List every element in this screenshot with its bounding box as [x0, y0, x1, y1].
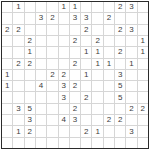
cell-r5c13[interactable]: 1 — [138, 47, 148, 57]
cell-r9c6[interactable]: 3 — [59, 92, 69, 102]
cell-r10c1[interactable] — [2, 104, 12, 114]
cell-r9c10[interactable] — [104, 92, 114, 102]
cell-r10c5[interactable] — [47, 104, 57, 114]
cell-r2c11[interactable] — [115, 13, 125, 23]
cell-r1c13[interactable] — [138, 2, 148, 12]
cell-r5c5[interactable] — [47, 47, 57, 57]
cell-r5c7[interactable] — [70, 47, 80, 57]
cell-r6c8[interactable] — [81, 59, 91, 69]
cell-r11c5[interactable] — [47, 115, 57, 125]
cell-r3c5[interactable] — [47, 25, 57, 35]
cell-r11c3[interactable]: 3 — [25, 115, 35, 125]
cell-r8c2[interactable] — [13, 81, 23, 91]
cell-r11c13[interactable] — [138, 115, 148, 125]
cell-r13c5[interactable] — [47, 138, 57, 148]
cell-r2c10[interactable]: 2 — [104, 13, 114, 23]
cell-r11c4[interactable] — [36, 115, 46, 125]
cell-r3c1[interactable]: 2 — [2, 25, 12, 35]
cell-r10c2[interactable]: 3 — [13, 104, 23, 114]
cell-r4c9[interactable]: 2 — [92, 36, 102, 46]
cell-r3c12[interactable]: 3 — [126, 25, 136, 35]
cell-r11c10[interactable]: 2 — [104, 115, 114, 125]
cell-r3c11[interactable]: 2 — [115, 25, 125, 35]
cell-r4c10[interactable] — [104, 36, 114, 46]
cell-r2c13[interactable] — [138, 13, 148, 23]
cell-r7c3[interactable] — [25, 70, 35, 80]
cell-r1c12[interactable]: 3 — [126, 2, 136, 12]
cell-r6c6[interactable] — [59, 59, 69, 69]
cell-r2c4[interactable]: 3 — [36, 13, 46, 23]
cell-r12c10[interactable] — [104, 126, 114, 136]
cell-r5c2[interactable] — [13, 47, 23, 57]
cell-r13c2[interactable] — [13, 138, 23, 148]
cell-r7c13[interactable] — [138, 70, 148, 80]
cell-r10c12[interactable]: 2 — [126, 104, 136, 114]
cell-r7c7[interactable] — [70, 70, 80, 80]
cell-r13c3[interactable] — [25, 138, 35, 148]
cell-r1c10[interactable] — [104, 2, 114, 12]
cell-r1c6[interactable]: 1 — [59, 2, 69, 12]
cell-r12c4[interactable] — [36, 126, 46, 136]
cell-r10c6[interactable] — [59, 104, 69, 114]
cell-r3c10[interactable] — [104, 25, 114, 35]
cell-r12c12[interactable]: 3 — [126, 126, 136, 136]
cell-r2c7[interactable]: 3 — [70, 13, 80, 23]
cell-r5c12[interactable] — [126, 47, 136, 57]
cell-r9c7[interactable] — [70, 92, 80, 102]
cell-r6c1[interactable] — [2, 59, 12, 69]
cell-r8c8[interactable] — [81, 81, 91, 91]
cell-r6c3[interactable]: 2 — [25, 59, 35, 69]
cell-r9c3[interactable] — [25, 92, 35, 102]
cell-r1c9[interactable] — [92, 2, 102, 12]
cell-r8c6[interactable]: 3 — [59, 81, 69, 91]
cell-r9c1[interactable] — [2, 92, 12, 102]
cell-r12c1[interactable] — [2, 126, 12, 136]
cell-r9c8[interactable]: 2 — [81, 92, 91, 102]
cell-r6c12[interactable]: 1 — [126, 59, 136, 69]
cell-r4c12[interactable] — [126, 36, 136, 46]
cell-r4c3[interactable]: 2 — [25, 36, 35, 46]
cell-r4c8[interactable] — [81, 36, 91, 46]
cell-r12c8[interactable]: 2 — [81, 126, 91, 136]
puzzle-board: 1112332332222232221111212221111221314325… — [1, 1, 149, 149]
cell-r6c5[interactable] — [47, 59, 57, 69]
cell-r4c11[interactable] — [115, 36, 125, 46]
cell-r7c8[interactable]: 1 — [81, 70, 91, 80]
cell-r3c13[interactable] — [138, 25, 148, 35]
cell-r8c5[interactable] — [47, 81, 57, 91]
cell-r12c7[interactable] — [70, 126, 80, 136]
cell-r5c4[interactable] — [36, 47, 46, 57]
cell-r4c7[interactable]: 2 — [70, 36, 80, 46]
cell-r9c4[interactable] — [36, 92, 46, 102]
cell-r2c8[interactable]: 3 — [81, 13, 91, 23]
cell-r11c8[interactable] — [81, 115, 91, 125]
cell-r4c2[interactable] — [13, 36, 23, 46]
cell-r12c2[interactable]: 1 — [13, 126, 23, 136]
cell-r9c12[interactable] — [126, 92, 136, 102]
cell-r8c13[interactable] — [138, 81, 148, 91]
cell-r1c3[interactable] — [25, 2, 35, 12]
cell-r1c1[interactable] — [2, 2, 12, 12]
cell-r8c4[interactable]: 4 — [36, 81, 46, 91]
cell-r3c8[interactable]: 2 — [81, 25, 91, 35]
cell-r4c4[interactable] — [36, 36, 46, 46]
cell-r2c3[interactable] — [25, 13, 35, 23]
cell-r6c2[interactable]: 2 — [13, 59, 23, 69]
cell-r11c12[interactable] — [126, 115, 136, 125]
cell-r8c9[interactable] — [92, 81, 102, 91]
cell-r1c11[interactable]: 2 — [115, 2, 125, 12]
cell-r11c1[interactable] — [2, 115, 12, 125]
cell-r10c3[interactable]: 5 — [25, 104, 35, 114]
cell-r8c10[interactable] — [104, 81, 114, 91]
cell-r6c4[interactable] — [36, 59, 46, 69]
cell-r1c2[interactable]: 1 — [13, 2, 23, 12]
cell-r8c12[interactable] — [126, 81, 136, 91]
cell-r12c13[interactable] — [138, 126, 148, 136]
cell-r11c2[interactable] — [13, 115, 23, 125]
cell-r9c13[interactable] — [138, 92, 148, 102]
cell-r13c6[interactable] — [59, 138, 69, 148]
cell-r5c11[interactable]: 2 — [115, 47, 125, 57]
cell-r5c8[interactable]: 1 — [81, 47, 91, 57]
cell-r13c11[interactable] — [115, 138, 125, 148]
cell-r6c11[interactable] — [115, 59, 125, 69]
cell-r4c6[interactable] — [59, 36, 69, 46]
cell-r2c9[interactable] — [92, 13, 102, 23]
cell-r2c5[interactable]: 2 — [47, 13, 57, 23]
cell-r10c8[interactable] — [81, 104, 91, 114]
cell-r1c5[interactable] — [47, 2, 57, 12]
cell-r7c10[interactable] — [104, 70, 114, 80]
cell-r8c3[interactable] — [25, 81, 35, 91]
cell-r2c6[interactable] — [59, 13, 69, 23]
cell-r13c7[interactable] — [70, 138, 80, 148]
cell-r10c13[interactable]: 2 — [138, 104, 148, 114]
cell-r2c12[interactable] — [126, 13, 136, 23]
cell-r3c9[interactable] — [92, 25, 102, 35]
cell-r8c11[interactable]: 5 — [115, 81, 125, 91]
cell-r6c10[interactable]: 1 — [104, 59, 114, 69]
cell-r9c9[interactable] — [92, 92, 102, 102]
cell-r5c6[interactable] — [59, 47, 69, 57]
cell-r1c7[interactable]: 1 — [70, 2, 80, 12]
cell-r11c6[interactable]: 4 — [59, 115, 69, 125]
cell-r11c9[interactable] — [92, 115, 102, 125]
cell-r2c2[interactable] — [13, 13, 23, 23]
cell-r3c6[interactable] — [59, 25, 69, 35]
cell-r3c2[interactable]: 2 — [13, 25, 23, 35]
cell-r4c5[interactable] — [47, 36, 57, 46]
cell-r7c11[interactable]: 3 — [115, 70, 125, 80]
cell-r6c13[interactable] — [138, 59, 148, 69]
cell-r3c4[interactable] — [36, 25, 46, 35]
cell-r12c5[interactable] — [47, 126, 57, 136]
cell-r10c10[interactable] — [104, 104, 114, 114]
cell-r6c7[interactable]: 2 — [70, 59, 80, 69]
cell-r12c11[interactable] — [115, 126, 125, 136]
cell-r9c2[interactable] — [13, 92, 23, 102]
cell-r5c9[interactable]: 1 — [92, 47, 102, 57]
cell-r13c4[interactable] — [36, 138, 46, 148]
cell-r10c11[interactable] — [115, 104, 125, 114]
cell-r5c1[interactable] — [2, 47, 12, 57]
cell-r13c12[interactable] — [126, 138, 136, 148]
cell-r10c7[interactable]: 2 — [70, 104, 80, 114]
cell-r11c7[interactable]: 3 — [70, 115, 80, 125]
cell-r7c12[interactable] — [126, 70, 136, 80]
cell-r5c3[interactable]: 1 — [25, 47, 35, 57]
cell-r8c7[interactable]: 2 — [70, 81, 80, 91]
cell-r13c8[interactable] — [81, 138, 91, 148]
cell-r12c3[interactable]: 2 — [25, 126, 35, 136]
cell-r13c13[interactable] — [138, 138, 148, 148]
cell-r7c9[interactable] — [92, 70, 102, 80]
cell-r9c5[interactable] — [47, 92, 57, 102]
cell-r1c8[interactable] — [81, 2, 91, 12]
cell-r3c3[interactable] — [25, 25, 35, 35]
cell-r8c1[interactable]: 1 — [2, 81, 12, 91]
cell-r7c6[interactable]: 2 — [59, 70, 69, 80]
cell-r12c9[interactable]: 1 — [92, 126, 102, 136]
puzzle-page: 1112332332222232221111212221111221314325… — [0, 0, 150, 150]
cell-r7c5[interactable]: 2 — [47, 70, 57, 80]
cell-r11c11[interactable]: 2 — [115, 115, 125, 125]
cell-r10c4[interactable] — [36, 104, 46, 114]
cell-r2c1[interactable] — [2, 13, 12, 23]
cell-r7c4[interactable] — [36, 70, 46, 80]
cell-r7c2[interactable] — [13, 70, 23, 80]
cell-r13c10[interactable] — [104, 138, 114, 148]
cell-r13c1[interactable] — [2, 138, 12, 148]
cell-r10c9[interactable] — [92, 104, 102, 114]
cell-r3c7[interactable] — [70, 25, 80, 35]
cell-r9c11[interactable]: 5 — [115, 92, 125, 102]
cell-r4c13[interactable]: 1 — [138, 36, 148, 46]
cell-r6c9[interactable]: 1 — [92, 59, 102, 69]
cell-r4c1[interactable] — [2, 36, 12, 46]
cell-r1c4[interactable] — [36, 2, 46, 12]
cell-r7c1[interactable]: 1 — [2, 70, 12, 80]
cell-r5c10[interactable] — [104, 47, 114, 57]
cell-r13c9[interactable] — [92, 138, 102, 148]
cell-r12c6[interactable] — [59, 126, 69, 136]
